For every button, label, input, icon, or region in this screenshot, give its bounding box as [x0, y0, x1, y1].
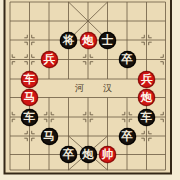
black-chariot[interactable]: 车 — [138, 109, 155, 126]
black-cannon[interactable]: 炮 — [80, 146, 97, 163]
red-soldier[interactable]: 兵 — [41, 51, 58, 68]
red-cannon[interactable]: 炮 — [80, 32, 97, 49]
red-general[interactable]: 帅 — [99, 146, 116, 163]
red-cannon[interactable]: 炮 — [138, 89, 155, 106]
black-advisor[interactable]: 士 — [99, 32, 116, 49]
black-soldier[interactable]: 卒 — [60, 146, 77, 163]
river-label-he: 河 — [75, 84, 84, 93]
red-chariot[interactable]: 车 — [21, 71, 38, 88]
red-horse[interactable]: 马 — [21, 89, 38, 106]
river-label-han: 汉 — [103, 84, 112, 93]
black-soldier[interactable]: 卒 — [119, 128, 136, 145]
black-chariot[interactable]: 车 — [21, 109, 38, 126]
black-horse[interactable]: 马 — [41, 128, 58, 145]
black-soldier[interactable]: 卒 — [119, 51, 136, 68]
xiangqi-board: 河 汉 将炮士兵卒车兵马炮车车马卒卒炮帅 — [0, 0, 180, 180]
red-soldier[interactable]: 兵 — [138, 71, 155, 88]
black-general[interactable]: 将 — [60, 32, 77, 49]
